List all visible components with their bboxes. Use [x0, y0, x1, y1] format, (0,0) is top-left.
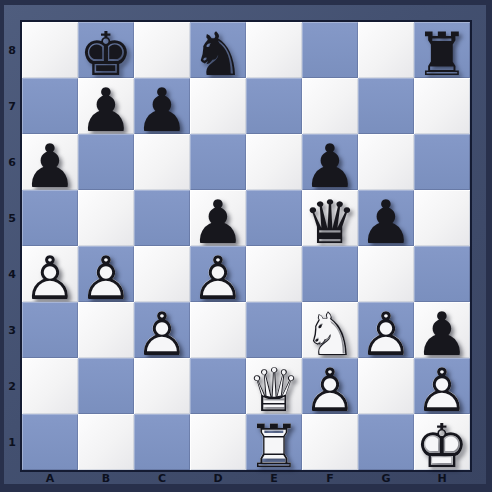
square-a2[interactable]	[22, 358, 78, 414]
square-d7[interactable]	[190, 78, 246, 134]
square-c3[interactable]: ♟♙	[134, 302, 190, 358]
piece-black-pawn[interactable]: ♟	[302, 134, 358, 190]
square-h3[interactable]: ♟	[414, 302, 470, 358]
square-b7[interactable]: ♟	[78, 78, 134, 134]
piece-glyph: ♞	[190, 26, 246, 82]
rank-label-8: 8	[4, 22, 20, 78]
piece-glyph: ♛	[302, 194, 358, 250]
piece-white-pawn[interactable]: ♟♙	[78, 246, 134, 302]
square-c5[interactable]	[134, 190, 190, 246]
square-h1[interactable]: ♚♔	[414, 414, 470, 470]
square-d5[interactable]: ♟	[190, 190, 246, 246]
file-label-g: G	[358, 472, 414, 485]
piece-black-pawn[interactable]: ♟	[414, 302, 470, 358]
square-a4[interactable]: ♟♙	[22, 246, 78, 302]
file-label-f: F	[302, 472, 358, 485]
square-c2[interactable]	[134, 358, 190, 414]
piece-white-pawn[interactable]: ♟♙	[358, 302, 414, 358]
square-a8[interactable]	[22, 22, 78, 78]
square-b6[interactable]	[78, 134, 134, 190]
square-c8[interactable]	[134, 22, 190, 78]
square-g7[interactable]	[358, 78, 414, 134]
square-h8[interactable]: ♜	[414, 22, 470, 78]
square-d3[interactable]	[190, 302, 246, 358]
piece-black-king[interactable]: ♚	[78, 22, 134, 78]
board-grid: ♚♞♜♟♟♟♟♟♛♟♟♙♟♙♟♙♟♙♞♘♟♙♟♛♕♟♙♟♙♜♖♚♔	[20, 20, 472, 472]
square-d2[interactable]	[190, 358, 246, 414]
square-c4[interactable]	[134, 246, 190, 302]
piece-glyph: ♟	[190, 194, 246, 250]
square-b5[interactable]	[78, 190, 134, 246]
square-e6[interactable]	[246, 134, 302, 190]
square-h6[interactable]	[414, 134, 470, 190]
square-a1[interactable]	[22, 414, 78, 470]
piece-glyph-outline: ♙	[414, 362, 470, 418]
square-e2[interactable]: ♛♕	[246, 358, 302, 414]
piece-glyph-outline: ♙	[78, 250, 134, 306]
piece-white-pawn[interactable]: ♟♙	[302, 358, 358, 414]
file-label-h: H	[414, 472, 470, 485]
square-g8[interactable]	[358, 22, 414, 78]
piece-glyph: ♚	[78, 26, 134, 82]
square-f1[interactable]	[302, 414, 358, 470]
square-g1[interactable]	[358, 414, 414, 470]
piece-black-pawn[interactable]: ♟	[78, 78, 134, 134]
square-g4[interactable]	[358, 246, 414, 302]
square-c1[interactable]	[134, 414, 190, 470]
piece-black-rook[interactable]: ♜	[414, 22, 470, 78]
piece-white-knight[interactable]: ♞♘	[302, 302, 358, 358]
square-b8[interactable]: ♚	[78, 22, 134, 78]
piece-glyph-outline: ♖	[246, 418, 302, 474]
piece-glyph: ♟	[414, 306, 470, 362]
square-b4[interactable]: ♟♙	[78, 246, 134, 302]
square-f4[interactable]	[302, 246, 358, 302]
square-e3[interactable]	[246, 302, 302, 358]
piece-glyph-outline: ♔	[414, 418, 470, 474]
file-label-e: E	[246, 472, 302, 485]
square-g6[interactable]	[358, 134, 414, 190]
square-a6[interactable]: ♟	[22, 134, 78, 190]
square-e5[interactable]	[246, 190, 302, 246]
piece-glyph: ♟	[134, 82, 190, 138]
file-label-c: C	[134, 472, 190, 485]
square-f5[interactable]: ♛	[302, 190, 358, 246]
square-c7[interactable]: ♟	[134, 78, 190, 134]
piece-white-pawn[interactable]: ♟♙	[190, 246, 246, 302]
piece-black-queen[interactable]: ♛	[302, 190, 358, 246]
square-e8[interactable]	[246, 22, 302, 78]
square-h2[interactable]: ♟♙	[414, 358, 470, 414]
file-label-d: D	[190, 472, 246, 485]
piece-white-queen[interactable]: ♛♕	[246, 358, 302, 414]
rank-label-1: 1	[4, 414, 20, 470]
square-f3[interactable]: ♞♘	[302, 302, 358, 358]
square-g3[interactable]: ♟♙	[358, 302, 414, 358]
piece-white-pawn[interactable]: ♟♙	[134, 302, 190, 358]
piece-glyph-outline: ♙	[190, 250, 246, 306]
piece-black-pawn[interactable]: ♟	[22, 134, 78, 190]
piece-white-rook[interactable]: ♜♖	[246, 414, 302, 470]
rank-label-4: 4	[4, 246, 20, 302]
piece-black-pawn[interactable]: ♟	[134, 78, 190, 134]
piece-black-knight[interactable]: ♞	[190, 22, 246, 78]
square-d1[interactable]	[190, 414, 246, 470]
rank-label-5: 5	[4, 190, 20, 246]
square-a3[interactable]	[22, 302, 78, 358]
square-h5[interactable]	[414, 190, 470, 246]
square-b2[interactable]	[78, 358, 134, 414]
square-f7[interactable]	[302, 78, 358, 134]
piece-glyph: ♟	[302, 138, 358, 194]
chessboard-widget: ♚♞♜♟♟♟♟♟♛♟♟♙♟♙♟♙♟♙♞♘♟♙♟♛♕♟♙♟♙♜♖♚♔ 876543…	[0, 0, 492, 492]
square-a7[interactable]	[22, 78, 78, 134]
square-f8[interactable]	[302, 22, 358, 78]
square-e7[interactable]	[246, 78, 302, 134]
square-d4[interactable]: ♟♙	[190, 246, 246, 302]
piece-white-king[interactable]: ♚♔	[414, 414, 470, 470]
square-e1[interactable]: ♜♖	[246, 414, 302, 470]
rank-label-2: 2	[4, 358, 20, 414]
piece-glyph-outline: ♙	[302, 362, 358, 418]
square-g2[interactable]	[358, 358, 414, 414]
square-b3[interactable]	[78, 302, 134, 358]
file-label-b: B	[78, 472, 134, 485]
square-a5[interactable]	[22, 190, 78, 246]
piece-glyph-outline: ♘	[302, 306, 358, 362]
square-f2[interactable]: ♟♙	[302, 358, 358, 414]
square-h7[interactable]	[414, 78, 470, 134]
square-d8[interactable]: ♞	[190, 22, 246, 78]
square-c6[interactable]	[134, 134, 190, 190]
piece-glyph-outline: ♙	[22, 250, 78, 306]
square-b1[interactable]	[78, 414, 134, 470]
square-g5[interactable]: ♟	[358, 190, 414, 246]
piece-black-pawn[interactable]: ♟	[358, 190, 414, 246]
square-h4[interactable]	[414, 246, 470, 302]
piece-white-pawn[interactable]: ♟♙	[414, 358, 470, 414]
square-f6[interactable]: ♟	[302, 134, 358, 190]
piece-glyph-outline: ♕	[246, 362, 302, 418]
piece-glyph: ♟	[358, 194, 414, 250]
piece-glyph-outline: ♙	[358, 306, 414, 362]
file-label-a: A	[22, 472, 78, 485]
piece-glyph: ♜	[414, 26, 470, 82]
piece-glyph-outline: ♙	[134, 306, 190, 362]
rank-label-6: 6	[4, 134, 20, 190]
piece-black-pawn[interactable]: ♟	[190, 190, 246, 246]
square-e4[interactable]	[246, 246, 302, 302]
square-d6[interactable]	[190, 134, 246, 190]
rank-label-3: 3	[4, 302, 20, 358]
piece-white-pawn[interactable]: ♟♙	[22, 246, 78, 302]
piece-glyph: ♟	[22, 138, 78, 194]
piece-glyph: ♟	[78, 82, 134, 138]
rank-label-7: 7	[4, 78, 20, 134]
